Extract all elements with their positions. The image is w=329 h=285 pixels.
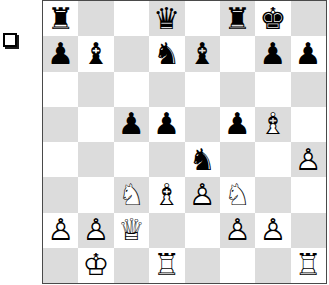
piece-white-rook[interactable]: ♜︎♖︎ (152, 250, 182, 280)
square-b1[interactable]: ♚︎♔︎ (78, 248, 113, 283)
piece-outline: ♘︎ (116, 180, 146, 210)
piece-glyph: ♟︎ (223, 109, 253, 139)
square-c1[interactable] (114, 248, 149, 283)
square-b7[interactable]: ♝︎ (78, 36, 113, 71)
piece-white-pawn[interactable]: ♟︎♙︎ (187, 180, 217, 210)
square-b4[interactable] (78, 142, 113, 177)
piece-outline: ♖︎ (293, 250, 323, 280)
piece-white-pawn[interactable]: ♟︎♙︎ (223, 215, 253, 245)
piece-black-pawn[interactable]: ♟︎ (223, 109, 253, 139)
piece-white-queen[interactable]: ♛︎♕︎ (116, 215, 146, 245)
piece-glyph: ♟︎ (116, 109, 146, 139)
piece-glyph: ♟︎ (46, 39, 76, 69)
piece-white-pawn[interactable]: ♟︎♙︎ (293, 145, 323, 175)
square-d5[interactable]: ♟︎ (149, 107, 184, 142)
square-a6[interactable] (43, 72, 78, 107)
piece-white-knight[interactable]: ♞︎♘︎ (116, 180, 146, 210)
square-d1[interactable]: ♜︎♖︎ (149, 248, 184, 283)
piece-glyph: ♞︎ (152, 39, 182, 69)
square-a5[interactable] (43, 107, 78, 142)
square-e4[interactable]: ♞︎ (185, 142, 220, 177)
square-h8[interactable] (291, 1, 326, 36)
square-a4[interactable] (43, 142, 78, 177)
square-g2[interactable]: ♟︎♙︎ (255, 213, 290, 248)
square-h5[interactable] (291, 107, 326, 142)
piece-outline: ♙︎ (258, 215, 288, 245)
piece-black-rook[interactable]: ♜︎ (46, 4, 76, 34)
piece-outline: ♙︎ (187, 180, 217, 210)
piece-black-pawn[interactable]: ♟︎ (152, 109, 182, 139)
piece-black-bishop[interactable]: ♝︎ (81, 39, 111, 69)
square-h4[interactable]: ♟︎♙︎ (291, 142, 326, 177)
square-d8[interactable]: ♛︎ (149, 1, 184, 36)
piece-white-king[interactable]: ♚︎♔︎ (81, 250, 111, 280)
square-g3[interactable] (255, 177, 290, 212)
square-e5[interactable] (185, 107, 220, 142)
piece-outline: ♙︎ (293, 145, 323, 175)
piece-outline: ♔︎ (81, 250, 111, 280)
square-f1[interactable] (220, 248, 255, 283)
square-b6[interactable] (78, 72, 113, 107)
piece-glyph: ♟︎ (152, 109, 182, 139)
square-b3[interactable] (78, 177, 113, 212)
white-to-move-indicator (3, 33, 17, 47)
square-h3[interactable] (291, 177, 326, 212)
square-h7[interactable]: ♟︎ (291, 36, 326, 71)
square-h1[interactable]: ♜︎♖︎ (291, 248, 326, 283)
square-a2[interactable]: ♟︎♙︎ (43, 213, 78, 248)
square-a8[interactable]: ♜︎ (43, 1, 78, 36)
square-f3[interactable]: ♞︎♘︎ (220, 177, 255, 212)
square-f5[interactable]: ♟︎ (220, 107, 255, 142)
square-f4[interactable] (220, 142, 255, 177)
piece-glyph: ♚︎ (258, 4, 288, 34)
square-f6[interactable] (220, 72, 255, 107)
square-g7[interactable]: ♟︎ (255, 36, 290, 71)
square-c2[interactable]: ♛︎♕︎ (114, 213, 149, 248)
piece-black-king[interactable]: ♚︎ (258, 4, 288, 34)
square-c6[interactable] (114, 72, 149, 107)
piece-glyph: ♞︎ (187, 145, 217, 175)
square-e8[interactable] (185, 1, 220, 36)
piece-white-pawn[interactable]: ♟︎♙︎ (81, 215, 111, 245)
square-d6[interactable] (149, 72, 184, 107)
square-b2[interactable]: ♟︎♙︎ (78, 213, 113, 248)
piece-glyph: ♛︎ (152, 4, 182, 34)
piece-black-rook[interactable]: ♜︎ (223, 4, 253, 34)
square-f8[interactable]: ♜︎ (220, 1, 255, 36)
square-d2[interactable] (149, 213, 184, 248)
square-g6[interactable] (255, 72, 290, 107)
piece-outline: ♙︎ (46, 215, 76, 245)
chess-board[interactable]: ♜︎♛︎♜︎♚︎♟︎♝︎♞︎♝︎♟︎♟︎♟︎♟︎♟︎♝︎♗︎♞︎♟︎♙︎♞︎♘︎… (42, 0, 327, 284)
square-e2[interactable] (185, 213, 220, 248)
piece-glyph: ♝︎ (81, 39, 111, 69)
square-g5[interactable]: ♝︎♗︎ (255, 107, 290, 142)
square-c3[interactable]: ♞︎♘︎ (114, 177, 149, 212)
square-h2[interactable] (291, 213, 326, 248)
square-g4[interactable] (255, 142, 290, 177)
piece-white-pawn[interactable]: ♟︎♙︎ (46, 215, 76, 245)
piece-black-knight[interactable]: ♞︎ (152, 39, 182, 69)
piece-outline: ♘︎ (223, 180, 253, 210)
square-d7[interactable]: ♞︎ (149, 36, 184, 71)
piece-outline: ♗︎ (258, 109, 288, 139)
piece-glyph: ♝︎ (187, 39, 217, 69)
square-c5[interactable]: ♟︎ (114, 107, 149, 142)
piece-black-pawn[interactable]: ♟︎ (293, 39, 323, 69)
piece-glyph: ♟︎ (293, 39, 323, 69)
square-b8[interactable] (78, 1, 113, 36)
piece-white-rook[interactable]: ♜︎♖︎ (293, 250, 323, 280)
piece-white-bishop[interactable]: ♝︎♗︎ (152, 180, 182, 210)
piece-glyph: ♜︎ (46, 4, 76, 34)
square-a3[interactable] (43, 177, 78, 212)
piece-outline: ♖︎ (152, 250, 182, 280)
piece-white-bishop[interactable]: ♝︎♗︎ (258, 109, 288, 139)
square-g1[interactable] (255, 248, 290, 283)
piece-black-bishop[interactable]: ♝︎ (187, 39, 217, 69)
square-c4[interactable] (114, 142, 149, 177)
chess-diagram-page: ♜︎♛︎♜︎♚︎♟︎♝︎♞︎♝︎♟︎♟︎♟︎♟︎♟︎♝︎♗︎♞︎♟︎♙︎♞︎♘︎… (0, 0, 329, 285)
piece-glyph: ♜︎ (223, 4, 253, 34)
square-f2[interactable]: ♟︎♙︎ (220, 213, 255, 248)
piece-black-knight[interactable]: ♞︎ (187, 145, 217, 175)
square-h6[interactable] (291, 72, 326, 107)
piece-black-pawn[interactable]: ♟︎ (116, 109, 146, 139)
square-e3[interactable]: ♟︎♙︎ (185, 177, 220, 212)
square-d4[interactable] (149, 142, 184, 177)
square-c8[interactable] (114, 1, 149, 36)
square-c7[interactable] (114, 36, 149, 71)
piece-outline: ♗︎ (152, 180, 182, 210)
piece-black-pawn[interactable]: ♟︎ (258, 39, 288, 69)
piece-black-queen[interactable]: ♛︎ (152, 4, 182, 34)
square-a7[interactable]: ♟︎ (43, 36, 78, 71)
square-e6[interactable] (185, 72, 220, 107)
piece-black-pawn[interactable]: ♟︎ (46, 39, 76, 69)
square-b5[interactable] (78, 107, 113, 142)
piece-outline: ♕︎ (116, 215, 146, 245)
square-a1[interactable] (43, 248, 78, 283)
piece-outline: ♙︎ (223, 215, 253, 245)
square-d3[interactable]: ♝︎♗︎ (149, 177, 184, 212)
piece-outline: ♙︎ (81, 215, 111, 245)
square-g8[interactable]: ♚︎ (255, 1, 290, 36)
piece-glyph: ♟︎ (258, 39, 288, 69)
square-e1[interactable] (185, 248, 220, 283)
piece-white-pawn[interactable]: ♟︎♙︎ (258, 215, 288, 245)
square-f7[interactable] (220, 36, 255, 71)
square-e7[interactable]: ♝︎ (185, 36, 220, 71)
piece-white-knight[interactable]: ♞︎♘︎ (223, 180, 253, 210)
